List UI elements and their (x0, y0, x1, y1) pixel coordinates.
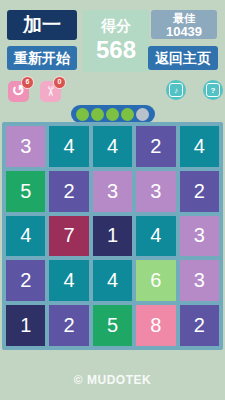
tile-r3c5[interactable]: 3 (180, 216, 219, 257)
progress-dot-filled (121, 108, 134, 121)
tile-r1c5[interactable]: 4 (180, 126, 219, 167)
best-value: 10439 (151, 25, 217, 38)
tile-r3c1[interactable]: 4 (6, 216, 45, 257)
tile-r2c5[interactable]: 2 (180, 171, 219, 212)
tile-r5c4[interactable]: 8 (136, 305, 175, 346)
restart-button[interactable]: 重新开始 (7, 46, 77, 70)
tile-r4c2[interactable]: 4 (49, 260, 88, 301)
moves-indicator (71, 105, 155, 123)
tile-r2c2[interactable]: 2 (49, 171, 88, 212)
tile-r5c1[interactable]: 1 (6, 305, 45, 346)
tile-r1c3[interactable]: 4 (93, 126, 132, 167)
undo-button[interactable]: ↺ 6 (8, 81, 29, 102)
cut-count-badge: 0 (53, 76, 66, 89)
help-button[interactable]: ? (203, 80, 223, 100)
progress-dot-filled (106, 108, 119, 121)
score-panel: 得分 568 (83, 10, 149, 72)
tile-r4c1[interactable]: 2 (6, 260, 45, 301)
tile-r5c2[interactable]: 2 (49, 305, 88, 346)
tile-r2c3[interactable]: 3 (93, 171, 132, 212)
undo-count-badge: 6 (21, 76, 34, 89)
home-button[interactable]: 返回主页 (148, 46, 218, 70)
progress-dot-filled (91, 108, 104, 121)
copyright-text: © MUDOTEK (0, 373, 225, 387)
tile-r1c4[interactable]: 2 (136, 126, 175, 167)
board: 3442452332471432446312582 (2, 122, 223, 350)
tile-r1c2[interactable]: 4 (49, 126, 88, 167)
tile-r2c4[interactable]: 3 (136, 171, 175, 212)
tile-r4c3[interactable]: 4 (93, 260, 132, 301)
help-icon: ? (206, 83, 220, 97)
tile-r2c1[interactable]: 5 (6, 171, 45, 212)
score-value: 568 (83, 36, 149, 64)
tile-r4c5[interactable]: 3 (180, 260, 219, 301)
tile-r4c4[interactable]: 6 (136, 260, 175, 301)
tile-r1c1[interactable]: 3 (6, 126, 45, 167)
music-button[interactable]: ♪ (166, 80, 186, 100)
tile-r3c2[interactable]: 7 (49, 216, 88, 257)
progress-dot-empty (136, 108, 149, 121)
tile-r3c3[interactable]: 1 (93, 216, 132, 257)
game-title-button[interactable]: 加一 (7, 10, 77, 40)
music-icon: ♪ (169, 83, 183, 97)
tile-r5c5[interactable]: 2 (180, 305, 219, 346)
cut-button[interactable]: ✂ 0 (40, 81, 61, 102)
progress-dot-filled (76, 108, 89, 121)
best-score-panel: 最佳 10439 (151, 10, 217, 39)
tile-r3c4[interactable]: 4 (136, 216, 175, 257)
score-label: 得分 (83, 17, 149, 36)
tile-r5c3[interactable]: 5 (93, 305, 132, 346)
